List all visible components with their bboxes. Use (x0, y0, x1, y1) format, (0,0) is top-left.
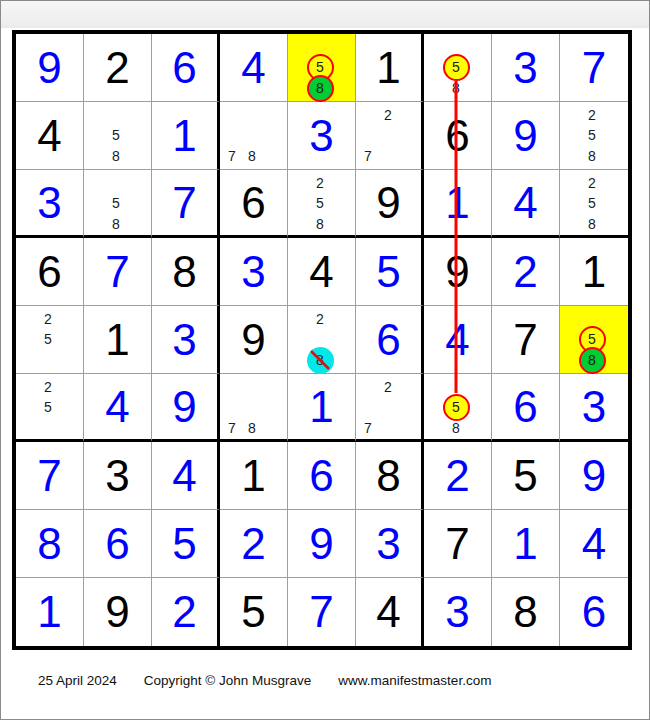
given-digit: 1 (582, 250, 606, 294)
solved-digit: 4 (582, 522, 606, 566)
cell-r8c3[interactable]: 5 (152, 510, 220, 578)
candidate-8: 8 (443, 75, 469, 101)
candidate-8: 8 (579, 211, 605, 237)
candidate-8: 8 (443, 415, 469, 441)
given-digit: 6 (37, 250, 61, 294)
solved-digit: 7 (172, 181, 196, 225)
cell-r4c1[interactable]: 6 (16, 238, 84, 306)
solved-digit: 2 (241, 522, 265, 566)
candidate-8: 8 (579, 143, 605, 169)
solved-digit: 7 (309, 590, 333, 634)
cell-r8c8[interactable]: 1 (492, 510, 560, 578)
given-digit: 4 (309, 250, 333, 294)
cell-r7c3[interactable]: 4 (152, 442, 220, 510)
cell-r7c6[interactable]: 8 (356, 442, 424, 510)
given-digit: 7 (445, 522, 469, 566)
solved-digit: 3 (309, 114, 333, 158)
cell-r6c7[interactable]: 58 (424, 374, 492, 442)
cell-r2c9[interactable]: 258 (560, 102, 628, 170)
solved-digit: 3 (37, 181, 61, 225)
cell-r5c2[interactable]: 1 (84, 306, 152, 374)
cell-r6c1[interactable]: 25 (16, 374, 84, 442)
given-digit: 9 (241, 318, 265, 362)
cell-r1c2[interactable]: 2 (84, 34, 152, 102)
given-digit: 9 (445, 250, 469, 294)
given-digit: 1 (105, 318, 129, 362)
cell-r8c9[interactable]: 4 (560, 510, 628, 578)
cell-r1c1[interactable]: 9 (16, 34, 84, 102)
candidate-8-green-circle: 8 (307, 75, 334, 102)
cell-r8c1[interactable]: 8 (16, 510, 84, 578)
solved-digit: 9 (37, 46, 61, 90)
cell-r2c3[interactable]: 1 (152, 102, 220, 170)
cell-r7c2[interactable]: 3 (84, 442, 152, 510)
cell-r7c4[interactable]: 1 (220, 442, 288, 510)
solved-digit: 3 (172, 318, 196, 362)
cell-r3c9[interactable]: 258 (560, 170, 628, 238)
given-digit: 1 (376, 46, 400, 90)
cell-r9c7[interactable]: 3 (424, 578, 492, 646)
solved-digit: 3 (445, 590, 469, 634)
solved-digit: 9 (582, 454, 606, 498)
given-digit: 6 (445, 114, 469, 158)
cell-r3c7[interactable]: 1 (424, 170, 492, 238)
cell-r4c5[interactable]: 4 (288, 238, 356, 306)
cell-r8c6[interactable]: 3 (356, 510, 424, 578)
solved-digit: 3 (582, 385, 606, 429)
given-digit: 8 (376, 454, 400, 498)
solved-digit: 5 (172, 522, 196, 566)
footer-copyright: Copyright © John Musgrave (144, 673, 312, 688)
cell-r9c2[interactable]: 9 (84, 578, 152, 646)
cell-r3c1[interactable]: 3 (16, 170, 84, 238)
solved-digit: 3 (241, 250, 265, 294)
cell-r3c2[interactable]: 58 (84, 170, 152, 238)
solved-digit: 4 (445, 318, 469, 362)
solved-digit: 2 (172, 590, 196, 634)
cell-r9c1[interactable]: 1 (16, 578, 84, 646)
cell-r2c1[interactable]: 4 (16, 102, 84, 170)
cell-r4c3[interactable]: 8 (152, 238, 220, 306)
solved-digit: 4 (105, 385, 129, 429)
solved-digit: 2 (445, 454, 469, 498)
cell-r8c7[interactable]: 7 (424, 510, 492, 578)
cell-r3c8[interactable]: 4 (492, 170, 560, 238)
cell-r3c4[interactable]: 6 (220, 170, 288, 238)
cell-r2c2[interactable]: 58 (84, 102, 152, 170)
cell-r9c4[interactable]: 5 (220, 578, 288, 646)
cell-r4c4[interactable]: 3 (220, 238, 288, 306)
candidate-8: 8 (239, 415, 265, 441)
cell-r9c6[interactable]: 4 (356, 578, 424, 646)
given-digit: 3 (105, 454, 129, 498)
given-digit: 1 (241, 454, 265, 498)
cell-r2c5[interactable]: 3 (288, 102, 356, 170)
solved-digit: 7 (105, 250, 129, 294)
candidate-7: 7 (355, 143, 381, 169)
candidate-8-green-circle: 8 (579, 347, 606, 374)
cell-r9c3[interactable]: 2 (152, 578, 220, 646)
cell-r6c2[interactable]: 4 (84, 374, 152, 442)
cell-r4c2[interactable]: 7 (84, 238, 152, 306)
cell-r2c6[interactable]: 27 (356, 102, 424, 170)
cell-r5c3[interactable]: 3 (152, 306, 220, 374)
solved-digit: 7 (582, 46, 606, 90)
cell-r3c6[interactable]: 9 (356, 170, 424, 238)
cell-r4c6[interactable]: 5 (356, 238, 424, 306)
cell-r8c4[interactable]: 2 (220, 510, 288, 578)
cell-r4c9[interactable]: 1 (560, 238, 628, 306)
solved-digit: 6 (105, 522, 129, 566)
cell-r5c1[interactable]: 25 (16, 306, 84, 374)
cell-r1c3[interactable]: 6 (152, 34, 220, 102)
given-digit: 8 (172, 250, 196, 294)
solved-digit: 9 (513, 114, 537, 158)
candidate-8: 8 (307, 211, 333, 237)
candidate-8: 8 (103, 211, 129, 237)
cell-r7c9[interactable]: 9 (560, 442, 628, 510)
solved-digit: 1 (445, 181, 469, 225)
cell-r5c5[interactable]: 28 (288, 306, 356, 374)
given-digit: 5 (241, 590, 265, 634)
cell-r1c8[interactable]: 3 (492, 34, 560, 102)
given-digit: 6 (241, 181, 265, 225)
cell-r2c4[interactable]: 78 (220, 102, 288, 170)
solved-digit: 3 (376, 522, 400, 566)
solved-digit: 1 (309, 385, 333, 429)
cell-r2c7[interactable]: 6 (424, 102, 492, 170)
cell-r6c5[interactable]: 1 (288, 374, 356, 442)
cell-r1c5[interactable]: 58 (288, 34, 356, 102)
solved-digit: 6 (376, 318, 400, 362)
cell-r3c3[interactable]: 7 (152, 170, 220, 238)
candidate-2: 2 (307, 306, 333, 332)
given-digit: 4 (376, 590, 400, 634)
cell-r2c8[interactable]: 9 (492, 102, 560, 170)
cell-r1c4[interactable]: 4 (220, 34, 288, 102)
cell-r7c8[interactable]: 5 (492, 442, 560, 510)
footer-date: 25 April 2024 (38, 673, 117, 688)
cell-r1c9[interactable]: 7 (560, 34, 628, 102)
cell-r6c8[interactable]: 6 (492, 374, 560, 442)
solved-digit: 7 (37, 454, 61, 498)
cell-r6c6[interactable]: 27 (356, 374, 424, 442)
solved-digit: 9 (172, 385, 196, 429)
solved-digit: 1 (172, 114, 196, 158)
cell-r4c7[interactable]: 9 (424, 238, 492, 306)
cell-r8c2[interactable]: 6 (84, 510, 152, 578)
solved-digit: 5 (376, 250, 400, 294)
cell-r5c8[interactable]: 7 (492, 306, 560, 374)
candidate-7: 7 (355, 415, 381, 441)
given-digit: 5 (513, 454, 537, 498)
cell-r6c9[interactable]: 3 (560, 374, 628, 442)
cell-r9c5[interactable]: 7 (288, 578, 356, 646)
candidate-8-cyan-circle: 8 (307, 347, 334, 374)
solved-digit: 3 (513, 46, 537, 90)
candidate-2: 2 (375, 374, 401, 400)
cell-r5c7[interactable]: 4 (424, 306, 492, 374)
given-digit: 9 (105, 590, 129, 634)
cell-r8c5[interactable]: 9 (288, 510, 356, 578)
cell-r9c8[interactable]: 8 (492, 578, 560, 646)
solved-digit: 4 (241, 46, 265, 90)
given-digit: 9 (376, 181, 400, 225)
cell-r6c3[interactable]: 9 (152, 374, 220, 442)
cell-r5c6[interactable]: 6 (356, 306, 424, 374)
cell-r7c5[interactable]: 6 (288, 442, 356, 510)
given-digit: 2 (105, 46, 129, 90)
given-digit: 4 (37, 114, 61, 158)
cell-r6c4[interactable]: 78 (220, 374, 288, 442)
solved-digit: 1 (37, 590, 61, 634)
given-digit: 7 (513, 318, 537, 362)
solved-digit: 6 (513, 385, 537, 429)
solved-digit: 2 (513, 250, 537, 294)
solved-digit: 4 (172, 454, 196, 498)
candidate-8: 8 (103, 143, 129, 169)
footer: 25 April 2024 Copyright © John Musgrave … (38, 673, 618, 688)
cell-r3c5[interactable]: 258 (288, 170, 356, 238)
candidate-8: 8 (239, 143, 265, 169)
cell-r9c9[interactable]: 6 (560, 578, 628, 646)
solved-digit: 4 (513, 181, 537, 225)
candidate-5: 5 (35, 394, 61, 420)
footer-site: www.manifestmaster.com (338, 673, 491, 688)
solved-digit: 6 (309, 454, 333, 498)
given-digit: 8 (513, 590, 537, 634)
candidate-2: 2 (375, 102, 401, 128)
solved-digit: 8 (37, 522, 61, 566)
cell-r7c1[interactable]: 7 (16, 442, 84, 510)
solved-digit: 6 (172, 46, 196, 90)
cell-r7c7[interactable]: 2 (424, 442, 492, 510)
cell-r4c8[interactable]: 2 (492, 238, 560, 306)
solved-digit: 6 (582, 590, 606, 634)
sudoku-board: 9264581583745817832769258358762589142586… (12, 30, 632, 650)
candidate-5: 5 (35, 326, 61, 352)
window-titlebar[interactable] (1, 1, 649, 29)
cell-r1c7[interactable]: 58 (424, 34, 492, 102)
solved-digit: 1 (513, 522, 537, 566)
app-window: 9264581583745817832769258358762589142586… (0, 0, 650, 720)
cell-r5c9[interactable]: 58 (560, 306, 628, 374)
cell-r1c6[interactable]: 1 (356, 34, 424, 102)
solved-digit: 9 (309, 522, 333, 566)
cell-r5c4[interactable]: 9 (220, 306, 288, 374)
